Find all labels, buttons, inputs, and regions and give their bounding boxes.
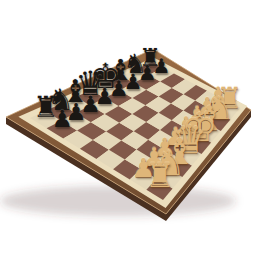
- black-bishop-f8: ♝: [91, 56, 149, 85]
- white-pawn-a2: ♟: [117, 155, 169, 181]
- white-rook-a1: ♜: [126, 159, 193, 192]
- white-pawn-h2: ♟: [195, 84, 240, 107]
- black-pawn-c7: ♟: [68, 93, 113, 116]
- white-pawn-e2: ♟: [162, 114, 210, 138]
- black-rook-h8: ♜: [125, 46, 174, 71]
- white-pawn-b2: ♟: [128, 145, 179, 171]
- white-rook-h1: ♜: [201, 84, 256, 113]
- black-knight-g8: ♞: [109, 51, 162, 78]
- white-pawn-d2: ♟: [151, 125, 200, 150]
- black-king-e8: ♚: [71, 59, 140, 93]
- chess-set-photo: ♜♟♞♟♝♟♚♛♟♟♝♟♜♞♟♟♜♟♞♟♟♝♟♚♟♛♟♝♟♞♟♜: [0, 0, 255, 255]
- black-pawn-e7: ♟: [97, 78, 140, 100]
- white-knight-g1: ♞: [188, 93, 250, 124]
- white-queen-d1: ♛: [151, 120, 229, 159]
- black-bishop-c8: ♝: [44, 76, 106, 107]
- black-pawn-d7: ♟: [82, 85, 126, 107]
- white-knight-b1: ♞: [135, 146, 204, 180]
- black-pawn-f7: ♟: [112, 71, 154, 92]
- white-pawn-c2: ♟: [140, 135, 190, 160]
- black-pawn-b7: ♟: [53, 100, 99, 123]
- black-pawn-g7: ♟: [127, 63, 168, 84]
- black-knight-b8: ♞: [31, 85, 91, 115]
- white-king-e1: ♚: [159, 107, 239, 147]
- white-bishop-f1: ♝: [176, 102, 244, 136]
- black-rook-a8: ♜: [17, 93, 75, 122]
- white-bishop-c1: ♝: [144, 134, 216, 170]
- black-pawn-h7: ♟: [141, 56, 181, 76]
- black-pawn-a7: ♟: [38, 108, 85, 132]
- chess-pieces-layer: ♜♟♞♟♝♟♚♛♟♟♝♟♜♞♟♟♜♟♞♟♟♝♟♚♟♛♟♝♟♞♟♜: [0, 0, 255, 255]
- white-pawn-g2: ♟: [184, 94, 230, 117]
- white-pawn-f2: ♟: [173, 104, 220, 128]
- black-queen-d8: ♛: [57, 67, 124, 101]
